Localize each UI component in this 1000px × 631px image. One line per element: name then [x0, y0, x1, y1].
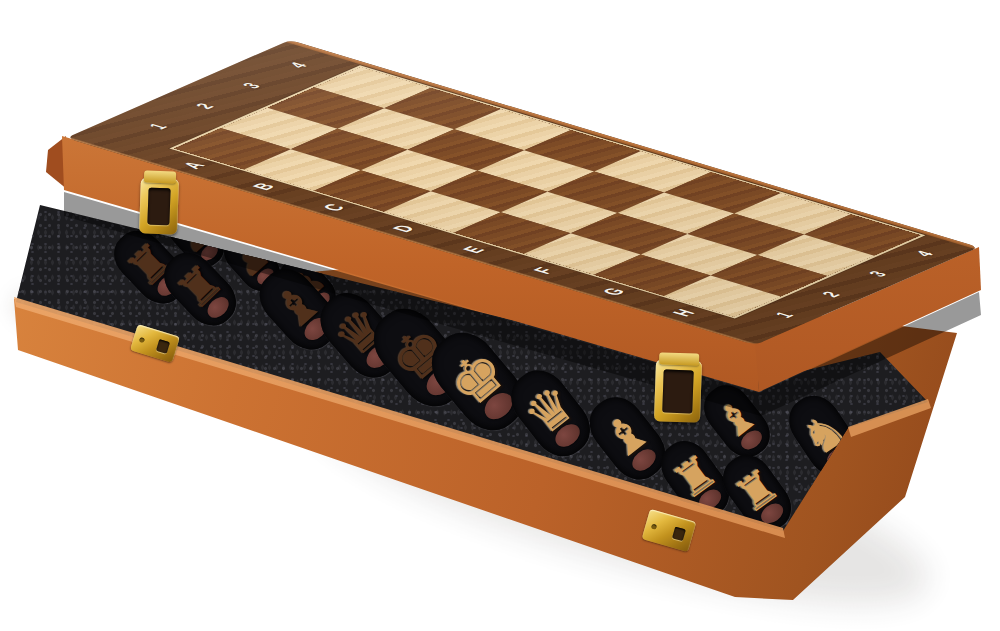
lid-hasp-left: [139, 177, 179, 234]
lid-hasp-right: [654, 359, 702, 423]
hasp-loop-opening: [662, 369, 693, 413]
screw-icon: [139, 336, 145, 342]
rank-label-left-2: 2: [171, 94, 239, 118]
catch-slot: [156, 339, 170, 354]
rank-label-left-4: 4: [264, 53, 332, 77]
hasp-loop-opening: [147, 188, 170, 226]
rank-label-left-1: 1: [124, 114, 192, 138]
hasp-mount-plate: [144, 170, 176, 183]
catch-slot: [672, 526, 686, 541]
rank-label-left-3: 3: [217, 74, 285, 98]
hasp-mount-plate: [659, 352, 699, 365]
chess-case-photo: ♟♟♟♝♞♜♜♝♛♚♚♛♝♜♜ ABCDEFGH11223344: [0, 0, 1000, 631]
screw-icon: [651, 523, 657, 529]
